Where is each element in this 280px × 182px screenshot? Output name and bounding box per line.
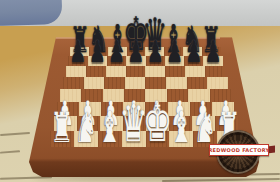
board-rank-5 — [63, 77, 228, 89]
square-d5[interactable] — [125, 77, 146, 89]
piece-white-bishop-c1[interactable]: ♝ — [97, 105, 121, 148]
watermark-text: REDWOOD FACTORY — [208, 147, 269, 153]
square-c5[interactable] — [104, 77, 125, 89]
piece-black-pawn-d7[interactable]: ♟ — [127, 36, 144, 66]
square-a5[interactable] — [63, 77, 84, 89]
piece-black-pawn-a7[interactable]: ♟ — [69, 36, 86, 66]
watermark-ribbon: REDWOOD FACTORY — [209, 144, 269, 156]
square-f5[interactable] — [166, 77, 187, 89]
piece-black-pawn-c7[interactable]: ♟ — [108, 36, 125, 66]
square-e5[interactable] — [145, 77, 166, 89]
piece-white-king-e1[interactable]: ♚ — [143, 96, 173, 149]
piece-black-pawn-h7[interactable]: ♟ — [205, 36, 222, 66]
piece-white-knight-b1[interactable]: ♞ — [74, 106, 97, 148]
square-b5[interactable] — [84, 77, 105, 89]
square-h5[interactable] — [207, 77, 228, 89]
piece-black-pawn-f7[interactable]: ♟ — [166, 36, 183, 66]
square-g5[interactable] — [187, 77, 208, 89]
piece-black-pawn-b7[interactable]: ♟ — [89, 36, 106, 66]
watermark-badge: REDWOOD FACTORY — [212, 128, 264, 176]
photo-scene: ♜♞♝♚♛♝♞♜♟♟♟♟♟♟♟♟♟♟♟♟♟♟♟♟♜♞♝♛♚♝♞♜ REDWOOD… — [0, 0, 280, 182]
piece-white-bishop-f1[interactable]: ♝ — [169, 105, 193, 148]
piece-black-pawn-e7[interactable]: ♟ — [147, 36, 164, 66]
piece-black-pawn-g7[interactable]: ♟ — [185, 36, 202, 66]
piece-white-rook-a1[interactable]: ♜ — [50, 106, 73, 148]
